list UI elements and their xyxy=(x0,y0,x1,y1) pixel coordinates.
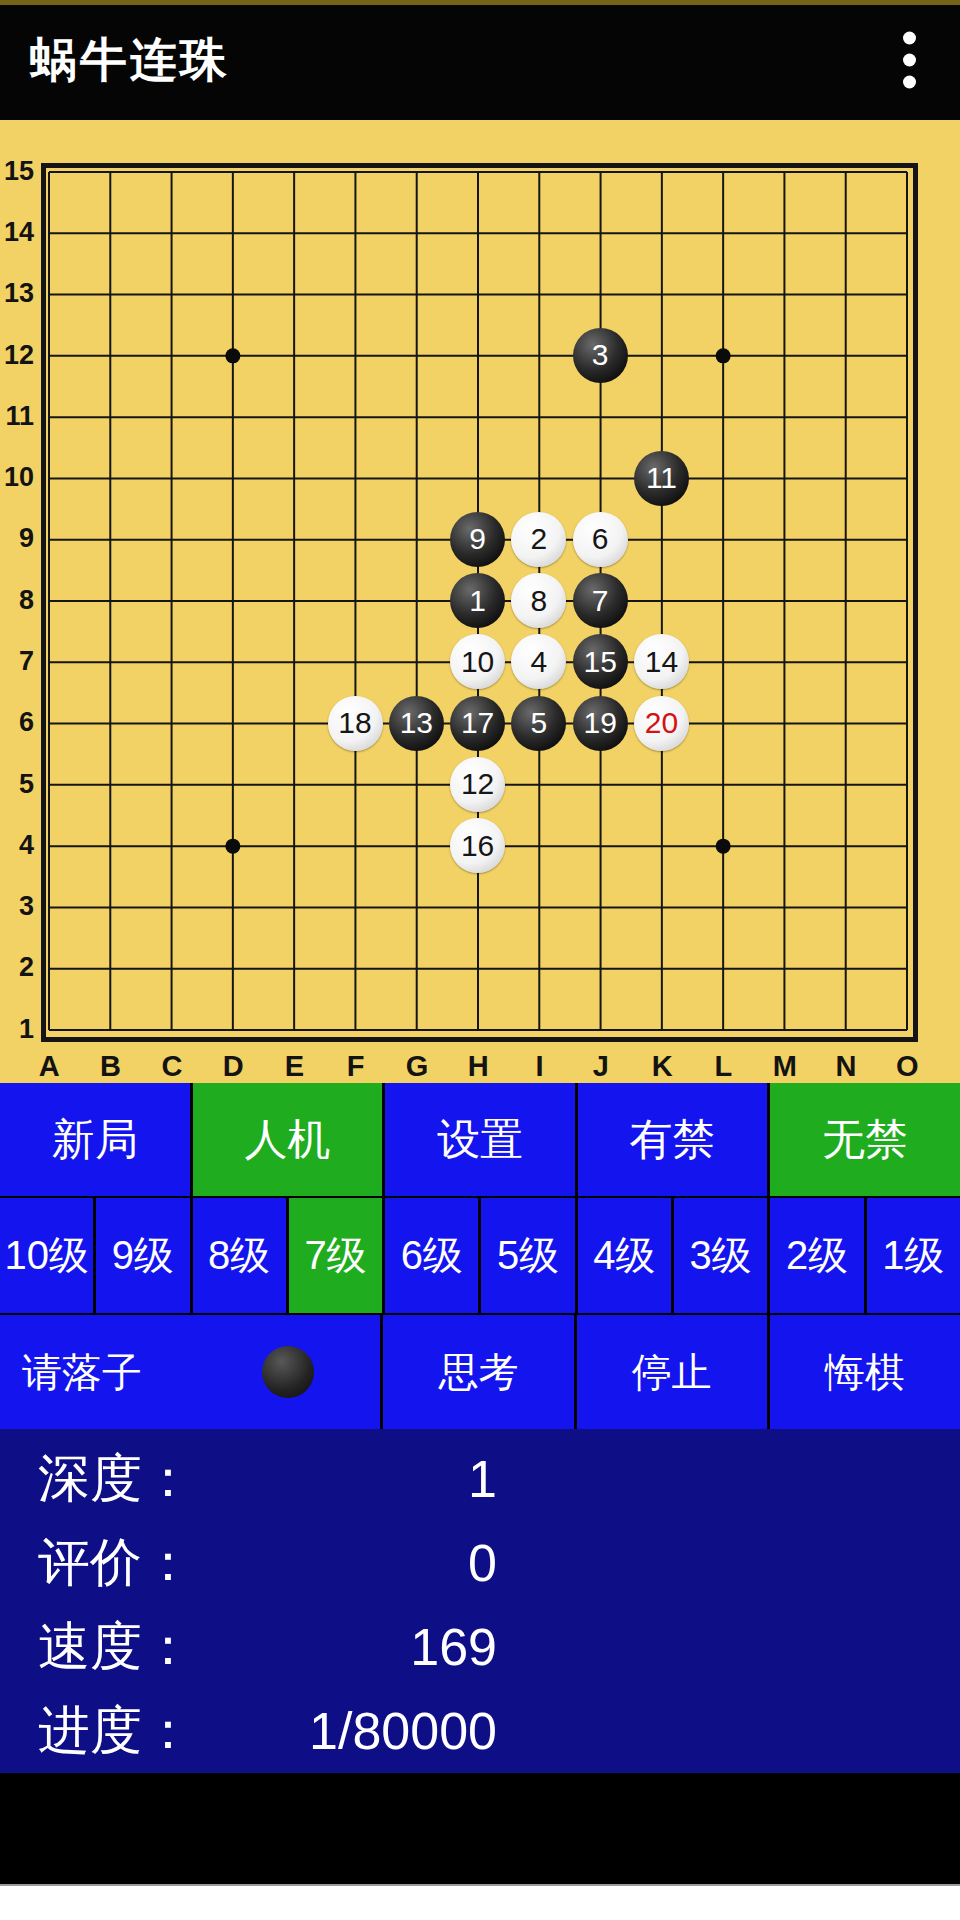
turn-indicator-stone-icon xyxy=(262,1346,314,1398)
level-10-button[interactable]: 10级 xyxy=(0,1198,93,1313)
level-5-button[interactable]: 5级 xyxy=(481,1198,574,1313)
stone-H5: 12 xyxy=(450,757,505,812)
engine-stats-panel: 深度：1评价：0速度：169进度：1/80000 xyxy=(0,1429,960,1773)
stone-J8: 7 xyxy=(573,573,628,628)
level-2-button[interactable]: 2级 xyxy=(770,1198,863,1313)
stat-row-speed: 速度：169 xyxy=(0,1605,960,1689)
level-7-button[interactable]: 7级 xyxy=(289,1198,382,1313)
level-1-button[interactable]: 1级 xyxy=(867,1198,960,1313)
bottom-strip xyxy=(0,1884,960,1920)
black-spacer xyxy=(0,1773,960,1884)
status-text: 请落子 xyxy=(22,1345,142,1400)
think-button[interactable]: 思考 xyxy=(383,1315,573,1429)
status-strip xyxy=(0,0,960,5)
control-panel: 新局人机设置有禁无禁 10级9级8级7级6级5级4级3级2级1级 请落子思考停止… xyxy=(0,1083,960,1429)
stone-J6: 19 xyxy=(573,696,628,751)
level-4-button[interactable]: 4级 xyxy=(578,1198,671,1313)
stone-I9: 2 xyxy=(511,512,566,567)
stone-I8: 8 xyxy=(511,573,566,628)
action-button-row: 请落子思考停止悔棋 xyxy=(0,1315,960,1429)
stone-H6: 17 xyxy=(450,696,505,751)
stat-value-progress: 1/80000 xyxy=(0,1701,497,1761)
human-vs-ai-button[interactable]: 人机 xyxy=(193,1083,383,1196)
forbidden-off-button[interactable]: 无禁 xyxy=(770,1083,960,1196)
kebab-menu-icon[interactable] xyxy=(897,26,922,95)
level-3-button[interactable]: 3级 xyxy=(674,1198,767,1313)
title-bar: 蜗牛连珠 xyxy=(0,0,960,120)
new-game-button[interactable]: 新局 xyxy=(0,1083,190,1196)
undo-button[interactable]: 悔棋 xyxy=(770,1315,960,1429)
stat-value-evaluation: 0 xyxy=(0,1533,497,1593)
stone-H7: 10 xyxy=(450,634,505,689)
stat-row-depth: 深度：1 xyxy=(0,1437,960,1521)
stat-value-depth: 1 xyxy=(0,1449,497,1509)
stone-J7: 15 xyxy=(573,634,628,689)
level-9-button[interactable]: 9级 xyxy=(96,1198,189,1313)
stone-J9: 6 xyxy=(573,512,628,567)
stone-I7: 4 xyxy=(511,634,566,689)
forbidden-on-button[interactable]: 有禁 xyxy=(578,1083,768,1196)
stop-button[interactable]: 停止 xyxy=(577,1315,767,1429)
stone-I6: 5 xyxy=(511,696,566,751)
stat-row-evaluation: 评价：0 xyxy=(0,1521,960,1605)
stat-row-progress: 进度：1/80000 xyxy=(0,1689,960,1773)
stone-K10: 11 xyxy=(634,451,689,506)
stone-H8: 1 xyxy=(450,573,505,628)
main-button-row: 新局人机设置有禁无禁 xyxy=(0,1083,960,1196)
level-8-button[interactable]: 8级 xyxy=(193,1198,286,1313)
stone-F6: 18 xyxy=(328,696,383,751)
stone-H4: 16 xyxy=(450,818,505,873)
stone-H9: 9 xyxy=(450,512,505,567)
app-title: 蜗牛连珠 xyxy=(30,29,230,92)
settings-button[interactable]: 设置 xyxy=(385,1083,575,1196)
level-button-row: 10级9级8级7级6级5级4级3级2级1级 xyxy=(0,1198,960,1313)
board-area: 151413121110987654321 ABCDEFGHIJKLMNO 12… xyxy=(0,120,960,1083)
stat-value-speed: 169 xyxy=(0,1617,497,1677)
board-grid[interactable]: 1234567891011121314151617181920 xyxy=(18,141,937,1060)
status-cell: 请落子 xyxy=(0,1315,380,1429)
stone-J12: 3 xyxy=(573,328,628,383)
stone-K7: 14 xyxy=(634,634,689,689)
level-6-button[interactable]: 6级 xyxy=(385,1198,478,1313)
stone-K6: 20 xyxy=(634,696,689,751)
stone-G6: 13 xyxy=(389,696,444,751)
